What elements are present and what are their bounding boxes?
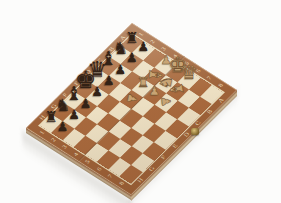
coordinate-label: 2 bbox=[149, 39, 156, 44]
coordinate-label: 4 bbox=[73, 152, 80, 157]
photo-scene: HH11GG22FF33EE44DD55CC66BB77AA88 ♜♞♝♛♚♝♞… bbox=[0, 0, 281, 203]
coordinate-label: 8 bbox=[118, 181, 125, 186]
coordinate-label: H bbox=[136, 177, 144, 183]
coordinate-label: E bbox=[171, 143, 179, 149]
coordinate-label: 3 bbox=[160, 46, 167, 51]
brass-clasp-icon bbox=[191, 128, 199, 135]
coordinate-label: 7 bbox=[107, 174, 114, 179]
coordinate-label: 5 bbox=[183, 61, 190, 66]
coordinate-label: 8 bbox=[217, 83, 224, 88]
coordinate-label: D bbox=[182, 131, 190, 137]
coordinate-label: B bbox=[205, 109, 213, 115]
coordinate-label: 6 bbox=[195, 68, 202, 73]
coordinate-label: G bbox=[148, 166, 156, 172]
coordinate-label: 1 bbox=[38, 130, 45, 135]
chess-board: HH11GG22FF33EE44DD55CC66BB77AA88 bbox=[26, 23, 237, 195]
coordinate-label: 7 bbox=[206, 75, 213, 80]
coordinate-label: 5 bbox=[84, 159, 91, 164]
coordinate-label: 4 bbox=[172, 54, 179, 59]
coordinate-label: 3 bbox=[61, 144, 68, 149]
coordinate-label: A bbox=[217, 97, 225, 103]
coordinate-label: 6 bbox=[96, 166, 103, 171]
coordinate-label: 1 bbox=[138, 32, 145, 37]
coordinate-label: C bbox=[194, 120, 202, 126]
coordinate-label: 2 bbox=[50, 137, 57, 142]
coordinate-label: F bbox=[160, 155, 167, 161]
